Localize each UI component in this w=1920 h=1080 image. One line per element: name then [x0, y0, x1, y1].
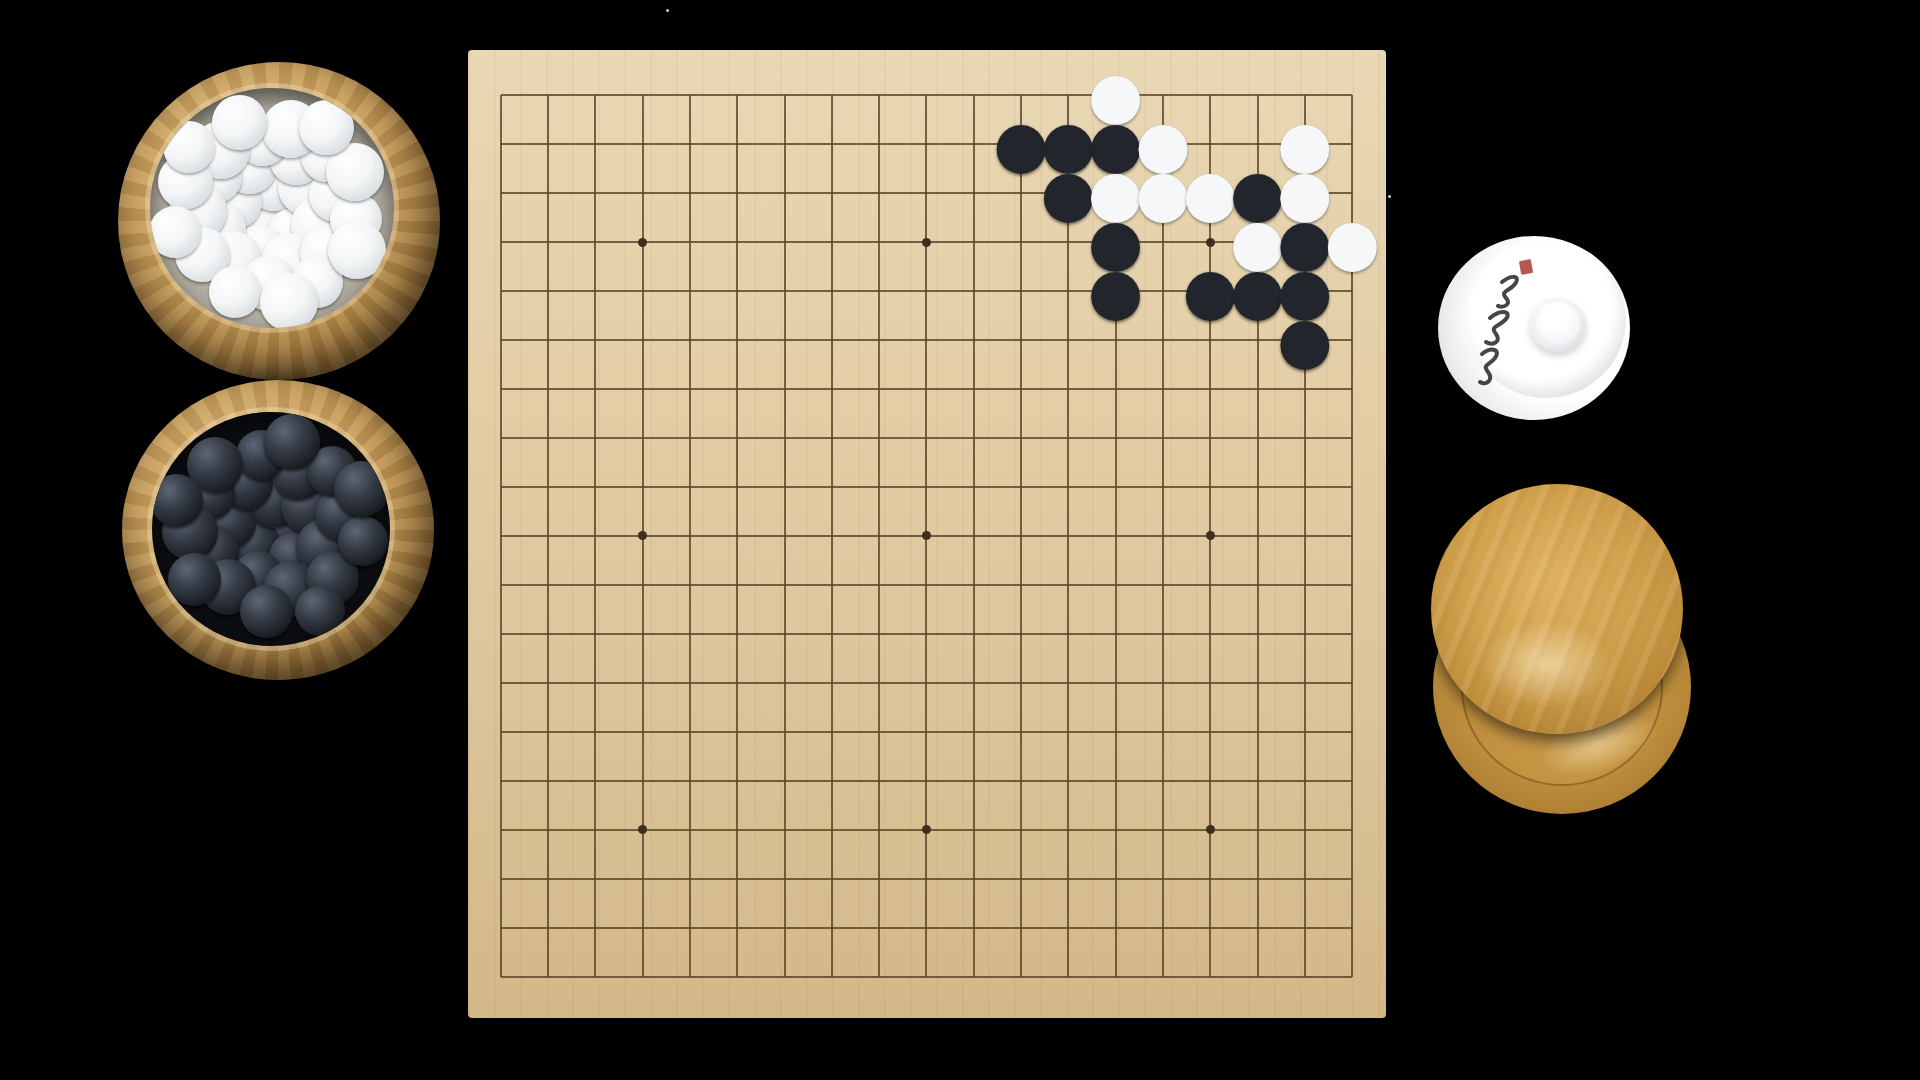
- intersection: [619, 169, 666, 218]
- intersection: [524, 169, 571, 218]
- intersection: [1092, 707, 1139, 756]
- intersection: [1045, 952, 1092, 1001]
- intersection: [1187, 854, 1234, 903]
- intersection: [666, 316, 713, 365]
- intersection: [856, 169, 903, 218]
- black-stone-in-bowl: [295, 586, 345, 636]
- intersection: ●: [1234, 218, 1281, 267]
- intersection: [997, 512, 1044, 561]
- intersection: ●: [1187, 267, 1234, 316]
- intersection: [1187, 609, 1234, 658]
- intersection: [572, 218, 619, 267]
- intersection: [524, 316, 571, 365]
- intersection: [1234, 707, 1281, 756]
- intersection: [761, 316, 808, 365]
- intersection: [950, 365, 997, 414]
- intersection: [1187, 120, 1234, 169]
- intersection: [524, 952, 571, 1001]
- intersection: [477, 316, 524, 365]
- intersection: [619, 414, 666, 463]
- intersection: [997, 267, 1044, 316]
- intersection: [950, 707, 997, 756]
- intersection: [524, 71, 571, 120]
- intersection: [997, 169, 1044, 218]
- intersection: [1139, 805, 1186, 854]
- intersection: [856, 707, 903, 756]
- intersection: [903, 756, 950, 805]
- intersection: [477, 707, 524, 756]
- intersection: ●: [1092, 120, 1139, 169]
- intersection: [1045, 560, 1092, 609]
- intersection: ●: [1092, 267, 1139, 316]
- intersection: [808, 463, 855, 512]
- intersection: [1329, 756, 1376, 805]
- intersection: [1187, 952, 1234, 1001]
- intersection: [666, 169, 713, 218]
- intersection: [808, 903, 855, 952]
- intersection: [666, 658, 713, 707]
- intersection: [903, 463, 950, 512]
- intersection: [1281, 707, 1328, 756]
- intersection: [477, 560, 524, 609]
- intersection: [1139, 658, 1186, 707]
- intersection: [619, 756, 666, 805]
- intersection: ●: [1187, 169, 1234, 218]
- intersection: [950, 805, 997, 854]
- intersection: [761, 71, 808, 120]
- intersection: [714, 952, 761, 1001]
- intersection: [1139, 854, 1186, 903]
- intersection: [808, 756, 855, 805]
- intersection: [572, 365, 619, 414]
- intersection: [1045, 267, 1092, 316]
- intersection: [950, 120, 997, 169]
- intersection: [714, 560, 761, 609]
- intersection: [761, 512, 808, 561]
- intersection: [856, 756, 903, 805]
- intersection: [1045, 365, 1092, 414]
- black-stone-bowl: [122, 380, 434, 680]
- intersection: [524, 365, 571, 414]
- scene: ●●●●●●●●●●●●●●●●●●●●●: [0, 0, 1920, 1080]
- intersection: [524, 463, 571, 512]
- intersection: [1234, 120, 1281, 169]
- intersection: [666, 71, 713, 120]
- intersection: [856, 854, 903, 903]
- intersection: [1281, 805, 1328, 854]
- white-stone-in-bowl: [328, 221, 386, 279]
- intersection: [1045, 756, 1092, 805]
- intersection: [1187, 414, 1234, 463]
- intersection: [477, 658, 524, 707]
- intersection: [666, 854, 713, 903]
- intersection: [950, 609, 997, 658]
- intersection: ●: [1281, 169, 1328, 218]
- intersection: [1329, 658, 1376, 707]
- intersection: [1329, 169, 1376, 218]
- intersection: [997, 414, 1044, 463]
- intersection: [1139, 560, 1186, 609]
- intersection: [619, 316, 666, 365]
- intersection: [1139, 218, 1186, 267]
- intersection: [572, 854, 619, 903]
- intersection: [997, 316, 1044, 365]
- intersection: [666, 463, 713, 512]
- intersection: [714, 316, 761, 365]
- intersection: [619, 463, 666, 512]
- intersection: [761, 609, 808, 658]
- intersection: ●: [1139, 120, 1186, 169]
- intersection: [1187, 707, 1234, 756]
- intersection: [1281, 854, 1328, 903]
- intersection: [619, 952, 666, 1001]
- intersection: [903, 316, 950, 365]
- lid-gloss-highlight: [1471, 614, 1621, 714]
- intersection: [1281, 560, 1328, 609]
- intersection: [714, 463, 761, 512]
- intersection: [950, 854, 997, 903]
- intersection: [714, 169, 761, 218]
- intersection: [1045, 316, 1092, 365]
- intersection: [572, 609, 619, 658]
- star-point: [638, 825, 647, 834]
- intersection: [1187, 365, 1234, 414]
- intersection: [714, 512, 761, 561]
- white-stone-in-bowl: [163, 121, 215, 173]
- go-board: ●●●●●●●●●●●●●●●●●●●●●: [468, 50, 1386, 1018]
- intersection: [903, 658, 950, 707]
- intersection: [1187, 560, 1234, 609]
- intersection: [950, 512, 997, 561]
- intersection: [808, 365, 855, 414]
- intersection: [1234, 71, 1281, 120]
- intersection: [619, 609, 666, 658]
- intersection: [619, 854, 666, 903]
- intersection: [714, 658, 761, 707]
- intersection: [950, 463, 997, 512]
- intersection: [572, 169, 619, 218]
- intersection: [714, 71, 761, 120]
- intersection: [619, 707, 666, 756]
- intersection: [808, 316, 855, 365]
- intersection: ●: [1281, 218, 1328, 267]
- intersection: [903, 854, 950, 903]
- intersection: ●: [1281, 267, 1328, 316]
- white-stone-bowl: [118, 62, 440, 380]
- black-stone-in-bowl: [240, 585, 293, 638]
- intersection: [572, 756, 619, 805]
- intersection: [950, 560, 997, 609]
- intersection: [572, 560, 619, 609]
- intersection: [714, 218, 761, 267]
- intersection: [1281, 463, 1328, 512]
- intersection: [1092, 609, 1139, 658]
- intersection: [619, 903, 666, 952]
- calligraphy-decoration: [1438, 236, 1630, 420]
- intersection: [1329, 854, 1376, 903]
- intersection: [666, 365, 713, 414]
- intersection: [903, 903, 950, 952]
- intersection: [997, 903, 1044, 952]
- intersection: [524, 903, 571, 952]
- intersection: [666, 560, 713, 609]
- intersection: [524, 414, 571, 463]
- intersection: [1281, 365, 1328, 414]
- intersection: [1281, 756, 1328, 805]
- intersection: [714, 756, 761, 805]
- intersection: [808, 414, 855, 463]
- intersection: [856, 609, 903, 658]
- intersection: [761, 120, 808, 169]
- intersection: [808, 854, 855, 903]
- intersection: [1092, 316, 1139, 365]
- intersection: [761, 365, 808, 414]
- star-point: [1206, 531, 1215, 540]
- intersection: [1234, 512, 1281, 561]
- intersection: [1092, 512, 1139, 561]
- intersection: [903, 267, 950, 316]
- intersection: [572, 463, 619, 512]
- black-stone-in-bowl: [264, 414, 320, 470]
- intersection: [1139, 71, 1186, 120]
- intersection: [856, 903, 903, 952]
- intersection: [1092, 658, 1139, 707]
- intersection: [714, 414, 761, 463]
- intersection: [997, 463, 1044, 512]
- intersection: [1234, 414, 1281, 463]
- intersection: [1139, 609, 1186, 658]
- domed-wooden-lid: [1431, 484, 1683, 734]
- intersection: [714, 854, 761, 903]
- intersection: [808, 560, 855, 609]
- intersection: [477, 267, 524, 316]
- intersection: [1139, 952, 1186, 1001]
- intersection: [1139, 267, 1186, 316]
- intersection: [808, 267, 855, 316]
- intersection: [572, 512, 619, 561]
- intersection: [1329, 414, 1376, 463]
- intersection: [903, 609, 950, 658]
- intersection: [950, 71, 997, 120]
- intersection: [903, 169, 950, 218]
- intersection: [1329, 560, 1376, 609]
- intersection: [761, 707, 808, 756]
- intersection: [1281, 609, 1328, 658]
- intersection: [950, 952, 997, 1001]
- intersection: [856, 463, 903, 512]
- intersection: [856, 267, 903, 316]
- intersection: [1329, 609, 1376, 658]
- intersection: [572, 658, 619, 707]
- intersection: [1329, 952, 1376, 1001]
- intersection: [477, 71, 524, 120]
- intersection: [997, 805, 1044, 854]
- intersection: [761, 414, 808, 463]
- intersection: [808, 609, 855, 658]
- intersection: [619, 218, 666, 267]
- intersection: [477, 169, 524, 218]
- intersection: [950, 316, 997, 365]
- intersection: [714, 120, 761, 169]
- intersection: ●: [1234, 169, 1281, 218]
- intersection: [1092, 414, 1139, 463]
- intersection: [524, 560, 571, 609]
- intersection: [1234, 658, 1281, 707]
- intersection: [524, 609, 571, 658]
- intersection: [1234, 365, 1281, 414]
- intersection: [1329, 316, 1376, 365]
- intersection: [666, 609, 713, 658]
- intersection: ●: [1139, 169, 1186, 218]
- intersection: [856, 120, 903, 169]
- intersection: [666, 805, 713, 854]
- intersection: [856, 71, 903, 120]
- intersection: ●: [1092, 169, 1139, 218]
- intersection: [1329, 903, 1376, 952]
- intersection: [572, 952, 619, 1001]
- intersection: [808, 805, 855, 854]
- intersection: [1045, 805, 1092, 854]
- intersection: [477, 854, 524, 903]
- intersection: [572, 707, 619, 756]
- white-stone-bowl-opening: [150, 88, 394, 328]
- intersection: [997, 952, 1044, 1001]
- intersection: [1329, 71, 1376, 120]
- intersection: [808, 71, 855, 120]
- white-stone-in-bowl: [299, 100, 354, 155]
- intersection: [903, 560, 950, 609]
- intersection: [572, 414, 619, 463]
- intersection: [524, 267, 571, 316]
- intersection: [997, 365, 1044, 414]
- intersection: [524, 218, 571, 267]
- intersection: [572, 267, 619, 316]
- intersection: [761, 463, 808, 512]
- star-point: [1206, 825, 1215, 834]
- intersection: [477, 512, 524, 561]
- intersection: [619, 512, 666, 561]
- intersection: [477, 952, 524, 1001]
- intersection: [856, 512, 903, 561]
- intersection: [761, 560, 808, 609]
- intersection: [903, 952, 950, 1001]
- intersection: [477, 805, 524, 854]
- intersection: [856, 952, 903, 1001]
- intersection: [619, 267, 666, 316]
- intersection: ●: [1281, 316, 1328, 365]
- intersection: [1045, 71, 1092, 120]
- intersection: [761, 756, 808, 805]
- intersection: [1187, 71, 1234, 120]
- intersection: [1045, 707, 1092, 756]
- black-stone-in-bowl: [338, 516, 388, 566]
- intersection: [1281, 952, 1328, 1001]
- intersection: [477, 120, 524, 169]
- intersection: [1234, 609, 1281, 658]
- intersection: [619, 120, 666, 169]
- intersection: [1092, 805, 1139, 854]
- red-seal-stamp: [1519, 259, 1533, 275]
- intersection: [666, 414, 713, 463]
- intersection: [1045, 512, 1092, 561]
- intersection: [997, 707, 1044, 756]
- intersection: [666, 512, 713, 561]
- intersection: [572, 120, 619, 169]
- intersection: [1139, 707, 1186, 756]
- intersection: [1281, 71, 1328, 120]
- intersection: [997, 560, 1044, 609]
- star-point: [922, 531, 931, 540]
- intersection: [997, 756, 1044, 805]
- intersection: ●: [1281, 120, 1328, 169]
- intersection: [903, 512, 950, 561]
- intersection: [714, 267, 761, 316]
- intersection: [761, 267, 808, 316]
- intersection: [619, 560, 666, 609]
- intersection: [1187, 316, 1234, 365]
- intersection: [524, 120, 571, 169]
- intersection: [856, 560, 903, 609]
- intersection: [903, 414, 950, 463]
- intersection: [903, 805, 950, 854]
- intersection: [524, 658, 571, 707]
- intersection: [666, 952, 713, 1001]
- intersection: [1045, 903, 1092, 952]
- intersection: [808, 658, 855, 707]
- intersection: [524, 854, 571, 903]
- intersection: [903, 120, 950, 169]
- intersection: [950, 756, 997, 805]
- intersection: [761, 805, 808, 854]
- intersection: [1187, 512, 1234, 561]
- intersection: [1234, 952, 1281, 1001]
- intersection: [1139, 463, 1186, 512]
- intersection: [1329, 267, 1376, 316]
- intersection: [1139, 316, 1186, 365]
- intersection: [1329, 805, 1376, 854]
- intersection: [856, 316, 903, 365]
- dust-speck: [1388, 195, 1391, 198]
- intersection: [666, 903, 713, 952]
- intersection: [950, 414, 997, 463]
- intersection: [1045, 414, 1092, 463]
- intersection: [1045, 609, 1092, 658]
- intersection: [572, 903, 619, 952]
- intersection: [1092, 560, 1139, 609]
- intersection: [666, 218, 713, 267]
- intersection: [761, 854, 808, 903]
- intersection: [1234, 805, 1281, 854]
- intersection: [997, 854, 1044, 903]
- intersection: [1139, 414, 1186, 463]
- intersection: [808, 707, 855, 756]
- intersection: [1329, 512, 1376, 561]
- intersection: [1329, 463, 1376, 512]
- star-point: [638, 238, 647, 247]
- intersection: [572, 805, 619, 854]
- intersection: ●: [1092, 218, 1139, 267]
- intersection: [1092, 463, 1139, 512]
- intersection: [572, 316, 619, 365]
- wooden-lid-stack: [1428, 482, 1694, 822]
- intersection: [666, 707, 713, 756]
- intersection: [619, 71, 666, 120]
- intersection: [1139, 903, 1186, 952]
- white-stone-in-bowl: [209, 266, 261, 318]
- intersection: [714, 903, 761, 952]
- intersection: [950, 169, 997, 218]
- intersection: [1187, 218, 1234, 267]
